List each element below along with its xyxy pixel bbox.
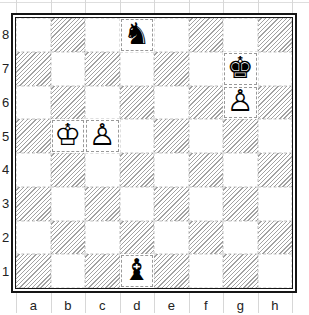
square-f6[interactable] bbox=[189, 86, 224, 120]
margin-gridline bbox=[292, 0, 293, 13]
square-a3[interactable] bbox=[16, 187, 51, 221]
square-e5[interactable] bbox=[154, 119, 189, 153]
square-e8[interactable] bbox=[154, 18, 189, 52]
rank-labels: 87654321 bbox=[0, 18, 11, 288]
square-a5[interactable] bbox=[16, 119, 51, 153]
rank-label-3: 3 bbox=[0, 187, 11, 221]
square-g4[interactable] bbox=[223, 153, 258, 187]
white-pawn[interactable]: ♙ bbox=[85, 118, 120, 152]
square-d2[interactable] bbox=[120, 221, 155, 255]
file-label-d: d bbox=[120, 297, 155, 314]
square-f2[interactable] bbox=[189, 221, 224, 255]
white-king[interactable]: ♔ bbox=[51, 118, 86, 152]
square-b8[interactable] bbox=[51, 18, 86, 52]
square-h6[interactable] bbox=[258, 86, 293, 120]
square-a7[interactable] bbox=[16, 52, 51, 86]
margin-gridline bbox=[16, 0, 17, 13]
black-king[interactable]: ♚ bbox=[223, 51, 258, 85]
rank-label-6: 6 bbox=[0, 86, 11, 120]
square-f4[interactable] bbox=[189, 153, 224, 187]
chess-diagram: 87654321 ♞♚♙♔♙♝ abcdefgh bbox=[0, 0, 309, 315]
square-f5[interactable] bbox=[189, 119, 224, 153]
square-c8[interactable] bbox=[85, 18, 120, 52]
square-e4[interactable] bbox=[154, 153, 189, 187]
square-b7[interactable] bbox=[51, 52, 86, 86]
square-e6[interactable] bbox=[154, 86, 189, 120]
file-label-f: f bbox=[189, 297, 224, 314]
square-c2[interactable] bbox=[85, 221, 120, 255]
black-knight[interactable]: ♞ bbox=[120, 17, 155, 51]
square-a1[interactable] bbox=[16, 254, 51, 288]
square-d1[interactable]: ♝ bbox=[120, 254, 155, 288]
file-label-h: h bbox=[258, 297, 293, 314]
square-a2[interactable] bbox=[16, 221, 51, 255]
square-e7[interactable] bbox=[154, 52, 189, 86]
square-d8[interactable]: ♞ bbox=[120, 18, 155, 52]
square-a4[interactable] bbox=[16, 153, 51, 187]
file-labels: abcdefgh bbox=[16, 297, 292, 314]
square-e1[interactable] bbox=[154, 254, 189, 288]
square-b1[interactable] bbox=[51, 254, 86, 288]
black-bishop[interactable]: ♝ bbox=[120, 253, 155, 287]
square-f8[interactable] bbox=[189, 18, 224, 52]
square-d7[interactable] bbox=[120, 52, 155, 86]
square-h8[interactable] bbox=[258, 18, 293, 52]
square-d3[interactable] bbox=[120, 187, 155, 221]
square-d4[interactable] bbox=[120, 153, 155, 187]
square-g8[interactable] bbox=[223, 18, 258, 52]
rank-label-4: 4 bbox=[0, 153, 11, 187]
square-b5[interactable]: ♔ bbox=[51, 119, 86, 153]
square-e3[interactable] bbox=[154, 187, 189, 221]
square-a6[interactable] bbox=[16, 86, 51, 120]
square-c6[interactable] bbox=[85, 86, 120, 120]
rank-label-1: 1 bbox=[0, 254, 11, 288]
file-label-b: b bbox=[51, 297, 86, 314]
square-e2[interactable] bbox=[154, 221, 189, 255]
square-f3[interactable] bbox=[189, 187, 224, 221]
square-g2[interactable] bbox=[223, 221, 258, 255]
square-c7[interactable] bbox=[85, 52, 120, 86]
square-g3[interactable] bbox=[223, 187, 258, 221]
square-h1[interactable] bbox=[258, 254, 293, 288]
margin-gridline bbox=[258, 0, 259, 13]
margin-gridline bbox=[189, 0, 190, 13]
square-g1[interactable] bbox=[223, 254, 258, 288]
board-inner-frame: ♞♚♙♔♙♝ bbox=[15, 17, 293, 289]
file-label-g: g bbox=[223, 297, 258, 314]
rank-label-7: 7 bbox=[0, 52, 11, 86]
margin-gridline bbox=[51, 0, 52, 13]
margin-gridline bbox=[85, 0, 86, 13]
margin-gridline bbox=[120, 0, 121, 13]
square-a8[interactable] bbox=[16, 18, 51, 52]
square-f7[interactable] bbox=[189, 52, 224, 86]
square-g5[interactable] bbox=[223, 119, 258, 153]
square-h7[interactable] bbox=[258, 52, 293, 86]
rank-label-8: 8 bbox=[0, 18, 11, 52]
rank-label-2: 2 bbox=[0, 221, 11, 255]
square-h5[interactable] bbox=[258, 119, 293, 153]
square-h4[interactable] bbox=[258, 153, 293, 187]
square-c5[interactable]: ♙ bbox=[85, 119, 120, 153]
square-h2[interactable] bbox=[258, 221, 293, 255]
square-d5[interactable] bbox=[120, 119, 155, 153]
board-grid: ♞♚♙♔♙♝ bbox=[16, 18, 292, 288]
chess-board: ♞♚♙♔♙♝ bbox=[11, 13, 297, 293]
rank-label-5: 5 bbox=[0, 119, 11, 153]
margin-gridline bbox=[154, 0, 155, 13]
square-c4[interactable] bbox=[85, 153, 120, 187]
square-g7[interactable]: ♚ bbox=[223, 52, 258, 86]
square-b2[interactable] bbox=[51, 221, 86, 255]
file-label-e: e bbox=[154, 297, 189, 314]
square-c1[interactable] bbox=[85, 254, 120, 288]
margin-gridline bbox=[223, 0, 224, 13]
square-c3[interactable] bbox=[85, 187, 120, 221]
margin-gridline bbox=[292, 293, 293, 313]
square-b4[interactable] bbox=[51, 153, 86, 187]
square-d6[interactable] bbox=[120, 86, 155, 120]
square-b3[interactable] bbox=[51, 187, 86, 221]
square-h3[interactable] bbox=[258, 187, 293, 221]
white-pawn[interactable]: ♙ bbox=[223, 85, 258, 119]
file-label-a: a bbox=[16, 297, 51, 314]
square-f1[interactable] bbox=[189, 254, 224, 288]
square-g6[interactable]: ♙ bbox=[223, 86, 258, 120]
file-label-c: c bbox=[85, 297, 120, 314]
square-b6[interactable] bbox=[51, 86, 86, 120]
